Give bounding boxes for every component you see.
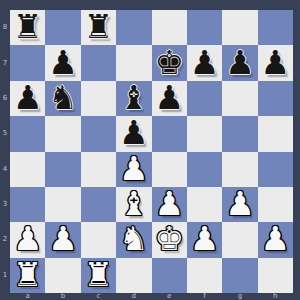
white-pawn-h2-piece: ♟ xyxy=(261,222,291,255)
square-e2[interactable]: ♚ xyxy=(152,222,187,257)
rank-label-5: 5 xyxy=(0,130,10,137)
file-label-d: d xyxy=(116,292,151,300)
black-pawn-d5-piece: ♟ xyxy=(119,116,149,149)
square-d7[interactable] xyxy=(116,45,151,80)
square-f2[interactable]: ♟ xyxy=(187,222,222,257)
square-d4[interactable]: ♟ xyxy=(116,152,151,187)
square-e6[interactable]: ♟ xyxy=(152,81,187,116)
square-e3[interactable]: ♟ xyxy=(152,187,187,222)
black-pawn-b7-piece: ♟ xyxy=(48,46,78,79)
square-c5[interactable] xyxy=(81,116,116,151)
file-label-e: e xyxy=(152,292,187,300)
chess-board: ♜♜♟♚♟♟♟♟♞♝♟♟♟♝♟♟♟♟♞♚♟♟♜♜ xyxy=(10,10,293,293)
square-b1[interactable] xyxy=(45,258,80,293)
black-pawn-a6-piece: ♟ xyxy=(13,81,43,114)
square-e8[interactable] xyxy=(152,10,187,45)
chess-board-frame: ♜♜♟♚♟♟♟♟♞♝♟♟♟♝♟♟♟♟♞♚♟♟♜♜ 87654321abcdefg… xyxy=(0,0,300,300)
white-bishop-d3-piece: ♝ xyxy=(119,187,149,220)
white-rook-c1-piece: ♜ xyxy=(84,258,114,291)
square-a6[interactable]: ♟ xyxy=(10,81,45,116)
square-a4[interactable] xyxy=(10,152,45,187)
square-e1[interactable] xyxy=(152,258,187,293)
square-a2[interactable]: ♟ xyxy=(10,222,45,257)
square-d3[interactable]: ♝ xyxy=(116,187,151,222)
square-c7[interactable] xyxy=(81,45,116,80)
square-d1[interactable] xyxy=(116,258,151,293)
square-e5[interactable] xyxy=(152,116,187,151)
square-g6[interactable] xyxy=(222,81,257,116)
square-a7[interactable] xyxy=(10,45,45,80)
square-d2[interactable]: ♞ xyxy=(116,222,151,257)
square-g3[interactable]: ♟ xyxy=(222,187,257,222)
square-g1[interactable] xyxy=(222,258,257,293)
square-d5[interactable]: ♟ xyxy=(116,116,151,151)
square-h8[interactable] xyxy=(258,10,293,45)
file-label-b: b xyxy=(45,292,80,300)
square-h5[interactable] xyxy=(258,116,293,151)
square-d8[interactable] xyxy=(116,10,151,45)
rank-label-2: 2 xyxy=(0,236,10,243)
square-c4[interactable] xyxy=(81,152,116,187)
square-f8[interactable] xyxy=(187,10,222,45)
square-f7[interactable]: ♟ xyxy=(187,45,222,80)
rank-label-1: 1 xyxy=(0,272,10,279)
black-pawn-g7-piece: ♟ xyxy=(225,46,255,79)
square-a1[interactable]: ♜ xyxy=(10,258,45,293)
square-g7[interactable]: ♟ xyxy=(222,45,257,80)
file-label-c: c xyxy=(81,292,116,300)
white-pawn-e3-piece: ♟ xyxy=(154,187,184,220)
square-b4[interactable] xyxy=(45,152,80,187)
square-d6[interactable]: ♝ xyxy=(116,81,151,116)
square-b2[interactable]: ♟ xyxy=(45,222,80,257)
rank-label-8: 8 xyxy=(0,24,10,31)
square-f1[interactable] xyxy=(187,258,222,293)
square-f3[interactable] xyxy=(187,187,222,222)
black-pawn-h7-piece: ♟ xyxy=(261,46,291,79)
square-f5[interactable] xyxy=(187,116,222,151)
square-b6[interactable]: ♞ xyxy=(45,81,80,116)
file-label-a: a xyxy=(10,292,45,300)
square-a3[interactable] xyxy=(10,187,45,222)
square-h2[interactable]: ♟ xyxy=(258,222,293,257)
square-c1[interactable]: ♜ xyxy=(81,258,116,293)
square-c3[interactable] xyxy=(81,187,116,222)
white-king-e2-piece: ♚ xyxy=(154,222,184,255)
white-knight-d2-piece: ♞ xyxy=(119,222,149,255)
square-b7[interactable]: ♟ xyxy=(45,45,80,80)
square-a8[interactable]: ♜ xyxy=(10,10,45,45)
square-h6[interactable] xyxy=(258,81,293,116)
white-pawn-d4-piece: ♟ xyxy=(119,152,149,185)
square-c2[interactable] xyxy=(81,222,116,257)
rank-label-6: 6 xyxy=(0,95,10,102)
file-label-h: h xyxy=(258,292,293,300)
square-c8[interactable]: ♜ xyxy=(81,10,116,45)
square-g4[interactable] xyxy=(222,152,257,187)
square-h3[interactable] xyxy=(258,187,293,222)
square-b5[interactable] xyxy=(45,116,80,151)
white-pawn-a2-piece: ♟ xyxy=(13,222,43,255)
square-b8[interactable] xyxy=(45,10,80,45)
white-pawn-b2-piece: ♟ xyxy=(48,222,78,255)
file-label-f: f xyxy=(187,292,222,300)
square-f4[interactable] xyxy=(187,152,222,187)
black-rook-c8-piece: ♜ xyxy=(84,10,114,43)
square-g8[interactable] xyxy=(222,10,257,45)
square-h4[interactable] xyxy=(258,152,293,187)
white-pawn-f2-piece: ♟ xyxy=(190,222,220,255)
square-g2[interactable] xyxy=(222,222,257,257)
white-rook-a1-piece: ♜ xyxy=(13,258,43,291)
black-bishop-d6-piece: ♝ xyxy=(119,81,149,114)
square-e7[interactable]: ♚ xyxy=(152,45,187,80)
black-king-e7-piece: ♚ xyxy=(154,46,184,79)
square-b3[interactable] xyxy=(45,187,80,222)
black-knight-b6-piece: ♞ xyxy=(48,81,78,114)
rank-label-3: 3 xyxy=(0,201,10,208)
black-rook-a8-piece: ♜ xyxy=(13,10,43,43)
file-label-g: g xyxy=(222,292,257,300)
white-pawn-g3-piece: ♟ xyxy=(225,187,255,220)
square-h1[interactable] xyxy=(258,258,293,293)
rank-label-7: 7 xyxy=(0,60,10,67)
black-pawn-f7-piece: ♟ xyxy=(190,46,220,79)
black-pawn-e6-piece: ♟ xyxy=(154,81,184,114)
square-e4[interactable] xyxy=(152,152,187,187)
rank-label-4: 4 xyxy=(0,166,10,173)
square-f6[interactable] xyxy=(187,81,222,116)
square-c6[interactable] xyxy=(81,81,116,116)
square-h7[interactable]: ♟ xyxy=(258,45,293,80)
square-a5[interactable] xyxy=(10,116,45,151)
square-g5[interactable] xyxy=(222,116,257,151)
